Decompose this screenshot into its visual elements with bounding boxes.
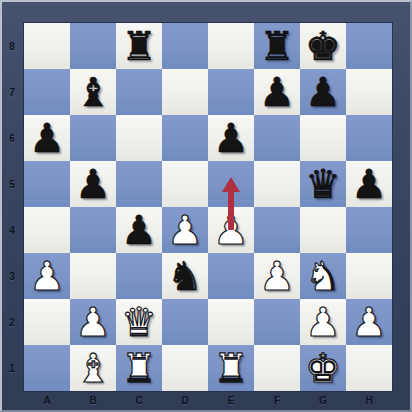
- piece-black-pawn-b5[interactable]: ♟: [75, 161, 111, 207]
- square-c5[interactable]: [116, 161, 162, 207]
- square-g4[interactable]: [300, 207, 346, 253]
- square-b3[interactable]: [70, 253, 116, 299]
- square-a1[interactable]: [24, 345, 70, 391]
- rank-label-6: 6: [2, 115, 22, 161]
- piece-white-pawn-a3[interactable]: ♟: [29, 253, 65, 299]
- rank-label-1: 1: [2, 345, 22, 391]
- square-e7[interactable]: [208, 69, 254, 115]
- piece-white-queen-c2[interactable]: ♛: [121, 299, 157, 345]
- rank-label-5: 5: [2, 161, 22, 207]
- rank-label-2: 2: [2, 299, 22, 345]
- piece-black-queen-g5[interactable]: ♛: [305, 161, 341, 207]
- square-d3[interactable]: ♞: [162, 253, 208, 299]
- piece-white-rook-e1[interactable]: ♜: [213, 345, 249, 391]
- piece-white-king-g1[interactable]: ♚: [305, 345, 341, 391]
- file-label-F: F: [254, 392, 300, 408]
- square-f1[interactable]: [254, 345, 300, 391]
- piece-black-rook-f8[interactable]: ♜: [259, 23, 295, 69]
- square-b5[interactable]: ♟: [70, 161, 116, 207]
- square-e6[interactable]: ♟: [208, 115, 254, 161]
- file-label-C: C: [116, 392, 162, 408]
- square-b2[interactable]: ♟: [70, 299, 116, 345]
- piece-white-rook-c1[interactable]: ♜: [121, 345, 157, 391]
- square-a7[interactable]: [24, 69, 70, 115]
- piece-white-pawn-h2[interactable]: ♟: [351, 299, 387, 345]
- square-a8[interactable]: [24, 23, 70, 69]
- piece-white-pawn-d4[interactable]: ♟: [167, 207, 203, 253]
- square-f3[interactable]: ♟: [254, 253, 300, 299]
- square-c3[interactable]: [116, 253, 162, 299]
- piece-black-pawn-h5[interactable]: ♟: [351, 161, 387, 207]
- square-a3[interactable]: ♟: [24, 253, 70, 299]
- square-c6[interactable]: [116, 115, 162, 161]
- piece-white-bishop-b1[interactable]: ♝: [75, 345, 111, 391]
- square-f7[interactable]: ♟: [254, 69, 300, 115]
- piece-white-pawn-e4[interactable]: ♟: [213, 207, 249, 253]
- piece-white-pawn-b2[interactable]: ♟: [75, 299, 111, 345]
- piece-black-pawn-a6[interactable]: ♟: [29, 115, 65, 161]
- square-f2[interactable]: [254, 299, 300, 345]
- square-d2[interactable]: [162, 299, 208, 345]
- square-c7[interactable]: [116, 69, 162, 115]
- square-e4[interactable]: ♟: [208, 207, 254, 253]
- square-e5[interactable]: [208, 161, 254, 207]
- square-b6[interactable]: [70, 115, 116, 161]
- square-g1[interactable]: ♚: [300, 345, 346, 391]
- square-c8[interactable]: ♜: [116, 23, 162, 69]
- square-c1[interactable]: ♜: [116, 345, 162, 391]
- piece-black-pawn-g7[interactable]: ♟: [305, 69, 341, 115]
- square-g6[interactable]: [300, 115, 346, 161]
- piece-black-pawn-c4[interactable]: ♟: [121, 207, 157, 253]
- square-f5[interactable]: [254, 161, 300, 207]
- square-a4[interactable]: [24, 207, 70, 253]
- chess-board: ♜♜♚♝♟♟♟♟♟♛♟♟♟♟♟♞♟♞♟♛♟♟♝♜♜♚: [24, 23, 392, 391]
- file-label-D: D: [162, 392, 208, 408]
- square-d5[interactable]: [162, 161, 208, 207]
- square-d6[interactable]: [162, 115, 208, 161]
- square-b8[interactable]: [70, 23, 116, 69]
- square-h7[interactable]: [346, 69, 392, 115]
- square-g8[interactable]: ♚: [300, 23, 346, 69]
- square-h2[interactable]: ♟: [346, 299, 392, 345]
- square-f4[interactable]: [254, 207, 300, 253]
- square-g3[interactable]: ♞: [300, 253, 346, 299]
- square-d8[interactable]: [162, 23, 208, 69]
- square-f6[interactable]: [254, 115, 300, 161]
- file-label-B: B: [70, 392, 116, 408]
- piece-black-knight-d3[interactable]: ♞: [167, 253, 203, 299]
- square-a5[interactable]: [24, 161, 70, 207]
- file-label-H: H: [346, 392, 392, 408]
- square-a2[interactable]: [24, 299, 70, 345]
- piece-black-pawn-e6[interactable]: ♟: [213, 115, 249, 161]
- piece-black-pawn-f7[interactable]: ♟: [259, 69, 295, 115]
- rank-label-3: 3: [2, 253, 22, 299]
- rank-label-8: 8: [2, 23, 22, 69]
- piece-black-bishop-b7[interactable]: ♝: [75, 69, 111, 115]
- square-g5[interactable]: ♛: [300, 161, 346, 207]
- file-label-E: E: [208, 392, 254, 408]
- square-g7[interactable]: ♟: [300, 69, 346, 115]
- square-e3[interactable]: [208, 253, 254, 299]
- chess-board-frame: ♜♜♚♝♟♟♟♟♟♛♟♟♟♟♟♞♟♞♟♛♟♟♝♜♜♚ 87654321 ABCD…: [0, 0, 412, 412]
- square-h3[interactable]: [346, 253, 392, 299]
- square-c2[interactable]: ♛: [116, 299, 162, 345]
- rank-label-4: 4: [2, 207, 22, 253]
- square-e8[interactable]: [208, 23, 254, 69]
- square-h8[interactable]: [346, 23, 392, 69]
- square-d7[interactable]: [162, 69, 208, 115]
- file-label-G: G: [300, 392, 346, 408]
- piece-black-rook-c8[interactable]: ♜: [121, 23, 157, 69]
- square-h4[interactable]: [346, 207, 392, 253]
- square-f8[interactable]: ♜: [254, 23, 300, 69]
- rank-label-7: 7: [2, 69, 22, 115]
- square-g2[interactable]: ♟: [300, 299, 346, 345]
- square-e1[interactable]: ♜: [208, 345, 254, 391]
- square-h5[interactable]: ♟: [346, 161, 392, 207]
- square-e2[interactable]: [208, 299, 254, 345]
- square-b4[interactable]: [70, 207, 116, 253]
- piece-white-pawn-g2[interactable]: ♟: [305, 299, 341, 345]
- square-b7[interactable]: ♝: [70, 69, 116, 115]
- square-d1[interactable]: [162, 345, 208, 391]
- piece-black-king-g8[interactable]: ♚: [305, 23, 341, 69]
- file-label-A: A: [24, 392, 70, 408]
- square-b1[interactable]: ♝: [70, 345, 116, 391]
- square-a6[interactable]: ♟: [24, 115, 70, 161]
- square-c4[interactable]: ♟: [116, 207, 162, 253]
- piece-white-pawn-f3[interactable]: ♟: [259, 253, 295, 299]
- square-h6[interactable]: [346, 115, 392, 161]
- square-h1[interactable]: [346, 345, 392, 391]
- square-d4[interactable]: ♟: [162, 207, 208, 253]
- piece-white-knight-g3[interactable]: ♞: [305, 253, 341, 299]
